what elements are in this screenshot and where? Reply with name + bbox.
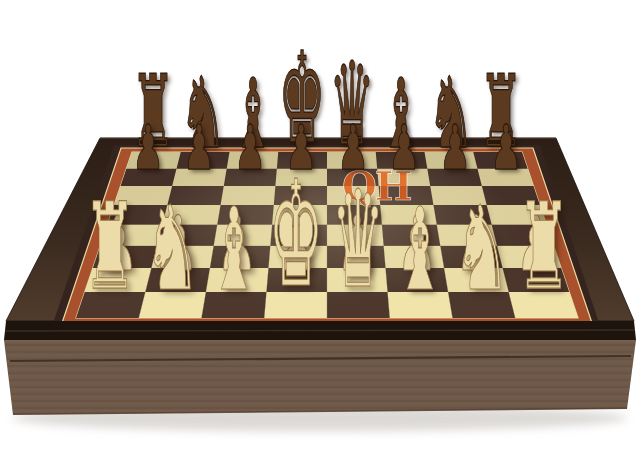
chess-set-photo: QH ♜♞♝♚♛♝♞♜♟♟♟♟♟♟♟♟♟♟♟♟♟♟♟♟♜♞♝♚♛♝♞♜ [0,0,640,466]
piece-a7-black-pawn: ♟ [132,117,164,179]
piece-h7-black-pawn: ♟ [489,117,521,179]
piece-g7-black-pawn: ♟ [438,117,470,179]
piece-b1-white-knight: ♞ [144,190,201,307]
piece-b7-black-pawn: ♟ [183,117,215,179]
piece-d1-white-king: ♚ [269,161,324,307]
piece-c7-black-pawn: ♟ [234,117,266,179]
piece-f1-white-bishop: ♝ [396,193,444,307]
piece-a1-white-rook: ♜ [84,187,138,307]
piece-g1-white-knight: ♞ [453,190,510,307]
box-front-face [4,340,636,415]
molding-profile-line [5,330,635,331]
piece-c1-white-bishop: ♝ [210,193,258,307]
piece-h1-white-rook: ♜ [517,187,571,307]
piece-e1-white-queen: ♛ [331,173,384,307]
piece-f7-black-pawn: ♟ [387,117,419,179]
